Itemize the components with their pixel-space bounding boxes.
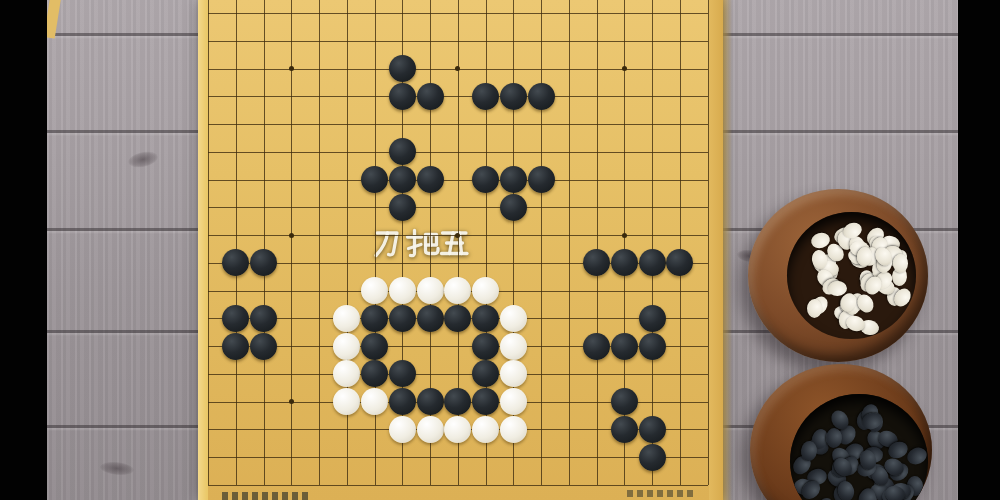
black-stone — [222, 305, 249, 332]
white-stone — [361, 277, 388, 304]
black-stone — [500, 194, 527, 221]
white-stone — [500, 416, 527, 443]
grid-line-h — [208, 13, 708, 14]
grid-line-v — [680, 0, 681, 485]
white-stone — [361, 388, 388, 415]
grid-line-v — [541, 0, 542, 485]
grid-line-v — [652, 0, 653, 485]
white-stone-bowl-opening — [787, 212, 916, 339]
scene-overhead-go-photo — [0, 0, 1000, 500]
black-stone — [500, 166, 527, 193]
grid-line-v — [708, 0, 709, 485]
black-stone — [472, 333, 499, 360]
white-pile-stone — [807, 299, 822, 318]
black-stone — [666, 249, 693, 276]
black-stone — [389, 305, 416, 332]
white-stone — [389, 277, 416, 304]
grid-line-v — [291, 0, 292, 485]
white-stone — [333, 360, 360, 387]
board-right-margin — [709, 0, 723, 500]
black-stone — [500, 83, 527, 110]
black-stone — [389, 360, 416, 387]
black-stone — [389, 55, 416, 82]
black-stone — [444, 305, 471, 332]
black-stone — [611, 333, 638, 360]
star-point — [289, 233, 294, 238]
black-stone — [222, 249, 249, 276]
black-stone — [417, 305, 444, 332]
black-stone — [611, 388, 638, 415]
black-stone — [472, 360, 499, 387]
white-stone — [500, 360, 527, 387]
black-stone — [639, 249, 666, 276]
black-stone — [361, 305, 388, 332]
white-stone — [444, 416, 471, 443]
wood-knot — [127, 149, 159, 170]
white-stone — [389, 416, 416, 443]
white-stone — [472, 416, 499, 443]
black-stone-bowl-opening — [790, 394, 928, 500]
star-point — [289, 66, 294, 71]
black-stone — [389, 388, 416, 415]
white-stone — [333, 305, 360, 332]
black-stone — [583, 333, 610, 360]
black-stone — [250, 305, 277, 332]
grid-line-h — [208, 180, 708, 181]
white-stone — [444, 277, 471, 304]
grid-line-h — [208, 457, 708, 458]
caption-glyphs — [373, 226, 469, 260]
grid-line-v — [319, 0, 320, 485]
black-stone — [361, 360, 388, 387]
white-stone — [417, 416, 444, 443]
watermark-left — [222, 492, 308, 500]
grid-line-h — [208, 485, 708, 486]
letterbox-left — [0, 0, 47, 500]
black-stone — [361, 166, 388, 193]
board-left-margin — [198, 0, 208, 500]
black-stone — [250, 333, 277, 360]
black-stone — [528, 83, 555, 110]
letterbox-right — [958, 0, 1000, 500]
grid-line-v — [236, 0, 237, 485]
black-stone — [472, 166, 499, 193]
white-stone — [472, 277, 499, 304]
black-stone — [361, 333, 388, 360]
grid-line-h — [208, 41, 708, 42]
white-stone — [333, 388, 360, 415]
grid-line-v — [569, 0, 570, 485]
black-stone — [389, 166, 416, 193]
grid-line-h — [208, 152, 708, 153]
black-stone — [639, 444, 666, 471]
black-stone — [583, 249, 610, 276]
black-stone — [611, 249, 638, 276]
black-stone — [389, 194, 416, 221]
black-stone — [444, 388, 471, 415]
grid-line-v — [208, 0, 209, 485]
grid-line-v — [597, 0, 598, 485]
black-stone — [472, 388, 499, 415]
white-stone — [500, 388, 527, 415]
black-pile-stone — [905, 444, 928, 467]
black-stone — [639, 305, 666, 332]
grid-line-h — [208, 124, 708, 125]
wood-knot — [99, 460, 134, 476]
white-stone — [500, 333, 527, 360]
watermark-right — [627, 490, 693, 497]
go-board — [198, 0, 723, 500]
black-stone — [639, 333, 666, 360]
board-side-edge — [723, 0, 732, 500]
white-stone-bowl — [748, 189, 928, 362]
grid-line-h — [208, 96, 708, 97]
black-stone — [472, 305, 499, 332]
star-point — [289, 399, 294, 404]
star-point — [622, 66, 627, 71]
black-stone — [222, 333, 249, 360]
black-stone — [639, 416, 666, 443]
star-point — [622, 233, 627, 238]
black-stone — [417, 166, 444, 193]
black-stone — [528, 166, 555, 193]
white-stone — [500, 305, 527, 332]
black-stone — [250, 249, 277, 276]
star-point — [455, 233, 460, 238]
black-stone — [417, 83, 444, 110]
black-stone — [389, 83, 416, 110]
caption-daoba-wu — [373, 226, 469, 262]
black-stone — [389, 138, 416, 165]
grid-line-h — [208, 374, 708, 375]
white-stone — [417, 277, 444, 304]
black-stone — [611, 416, 638, 443]
black-stone — [472, 83, 499, 110]
grid-line-v — [264, 0, 265, 485]
grid-line-h — [208, 207, 708, 208]
white-stone — [333, 333, 360, 360]
black-stone — [417, 388, 444, 415]
star-point — [455, 66, 460, 71]
